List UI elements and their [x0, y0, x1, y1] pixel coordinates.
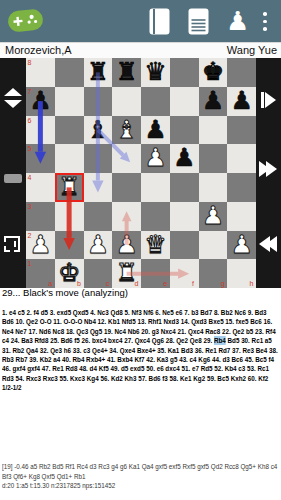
current-move[interactable]: Rb4 — [214, 336, 226, 345]
square-h4[interactable] — [227, 173, 256, 202]
square-g2[interactable] — [199, 231, 228, 260]
notation-icon[interactable] — [188, 8, 209, 35]
chess-board[interactable]: 12345678abcdefgh♜♜♛♚♟♟♟♝♝♟♟♟♜♟♟♟♟♛♟♚♜ — [26, 58, 256, 288]
app-window: ♟ Morozevich,A Wang Yue 12345678abcdefgh… — [0, 0, 281, 500]
file-label-e: e — [163, 280, 167, 287]
square-c3[interactable] — [84, 202, 113, 231]
engine-indicator[interactable] — [4, 174, 22, 183]
player-white: Morozevich,A — [5, 43, 72, 58]
square-b5[interactable] — [55, 144, 84, 173]
move-list[interactable]: 1. e4 c5 2. f4 d5 3. exd5 Qxd5 4. Nc3 Qd… — [2, 308, 280, 393]
piece-bk-g8[interactable]: ♚ — [199, 58, 228, 87]
square-g5[interactable] — [199, 144, 228, 173]
square-f1[interactable] — [170, 259, 199, 288]
square-b2[interactable] — [55, 231, 84, 260]
piece-br-c8[interactable]: ♜ — [84, 58, 113, 87]
piece-wq-e2[interactable]: ♛ — [141, 231, 170, 260]
book-icon[interactable] — [149, 8, 170, 35]
square-f4[interactable] — [170, 173, 199, 202]
square-b6[interactable] — [55, 116, 84, 145]
square-f2[interactable] — [170, 231, 199, 260]
piece-wb-d6[interactable]: ♝ — [112, 116, 141, 145]
highlight-square-b4 — [55, 173, 84, 202]
status-line: 29... Black's move (analyzing) — [2, 287, 279, 299]
rank-label-4: 4 — [28, 174, 32, 181]
square-b7[interactable] — [55, 87, 84, 116]
engine-output: [19] -0.46 a5 Rb2 Bd5 Rf1 Rc4 d3 Rc3 g4 … — [2, 462, 280, 491]
rewind-icon[interactable] — [259, 236, 277, 252]
engine-stats: d:20 1:a5 t:15.30 n:2317825 nps:151452 — [2, 481, 280, 491]
rank-label-6: 6 — [28, 117, 32, 124]
rank-label-1: 1 — [28, 260, 32, 267]
square-b3[interactable] — [55, 202, 84, 231]
square-e3[interactable] — [141, 202, 170, 231]
step-forward-icon[interactable] — [261, 92, 276, 108]
file-label-f: f — [192, 280, 194, 287]
piece-bp-f5[interactable]: ♟ — [170, 144, 199, 173]
square-e4[interactable] — [141, 173, 170, 202]
square-c4[interactable] — [84, 173, 113, 202]
square-e7[interactable] — [141, 87, 170, 116]
pawn-icon[interactable]: ♟ — [226, 4, 249, 38]
square-h6[interactable] — [227, 116, 256, 145]
top-toolbar: ♟ — [0, 0, 281, 42]
piece-wp-h2[interactable]: ♟ — [227, 231, 256, 260]
square-h3[interactable] — [227, 202, 256, 231]
flip-board-icon[interactable] — [4, 88, 22, 108]
square-d4[interactable] — [112, 173, 141, 202]
square-d5[interactable] — [112, 144, 141, 173]
rank-label-3: 3 — [28, 203, 32, 210]
player-black: Wang Yue — [227, 43, 277, 58]
piece-br-d8[interactable]: ♜ — [112, 58, 141, 87]
file-label-g: g — [221, 280, 225, 287]
piece-wp-d2[interactable]: ♟ — [112, 231, 141, 260]
file-label-a: a — [48, 280, 52, 287]
piece-bp-e6[interactable]: ♟ — [141, 116, 170, 145]
piece-wk-b1[interactable]: ♚ — [55, 259, 84, 288]
fast-forward-icon[interactable] — [259, 161, 277, 177]
piece-bq-e8[interactable]: ♛ — [141, 58, 170, 87]
square-h5[interactable] — [227, 144, 256, 173]
piece-bp-a7[interactable]: ♟ — [26, 87, 55, 116]
board-row: 12345678abcdefgh♜♜♛♚♟♟♟♝♝♟♟♟♜♟♟♟♟♛♟♚♜ — [0, 58, 281, 288]
player-bar: Morozevich,A Wang Yue — [0, 42, 281, 58]
play-games-icon[interactable] — [6, 4, 47, 38]
square-d3[interactable] — [112, 202, 141, 231]
overflow-menu-icon[interactable] — [263, 12, 267, 35]
rank-label-8: 8 — [28, 59, 32, 66]
rank-label-5: 5 — [28, 145, 32, 152]
piece-bb-c6[interactable]: ♝ — [84, 116, 113, 145]
file-label-h: h — [250, 280, 254, 287]
square-f7[interactable] — [170, 87, 199, 116]
board-setup-icon[interactable] — [4, 236, 20, 252]
piece-wp-a2[interactable]: ♟ — [26, 231, 55, 260]
square-f3[interactable] — [170, 202, 199, 231]
right-sidebar — [256, 58, 281, 288]
piece-wp-g3[interactable]: ♟ — [199, 202, 228, 231]
square-g4[interactable] — [199, 173, 228, 202]
piece-wp-e5[interactable]: ♟ — [141, 144, 170, 173]
square-f8[interactable] — [170, 58, 199, 87]
engine-pv: [19] -0.46 a5 Rb2 Bd5 Rf1 Rc4 d3 Rc3 g4 … — [2, 462, 280, 481]
left-sidebar — [0, 58, 26, 288]
square-d7[interactable] — [112, 87, 141, 116]
square-h8[interactable] — [227, 58, 256, 87]
piece-bp-h7[interactable]: ♟ — [227, 87, 256, 116]
square-c5[interactable] — [84, 144, 113, 173]
square-b8[interactable] — [55, 58, 84, 87]
piece-wr-d1[interactable]: ♜ — [112, 259, 141, 288]
piece-wp-c2[interactable]: ♟ — [84, 231, 113, 260]
file-label-c: c — [106, 280, 110, 287]
piece-bp-g7[interactable]: ♟ — [199, 87, 228, 116]
square-c7[interactable] — [84, 87, 113, 116]
square-f6[interactable] — [170, 116, 199, 145]
square-g6[interactable] — [199, 116, 228, 145]
